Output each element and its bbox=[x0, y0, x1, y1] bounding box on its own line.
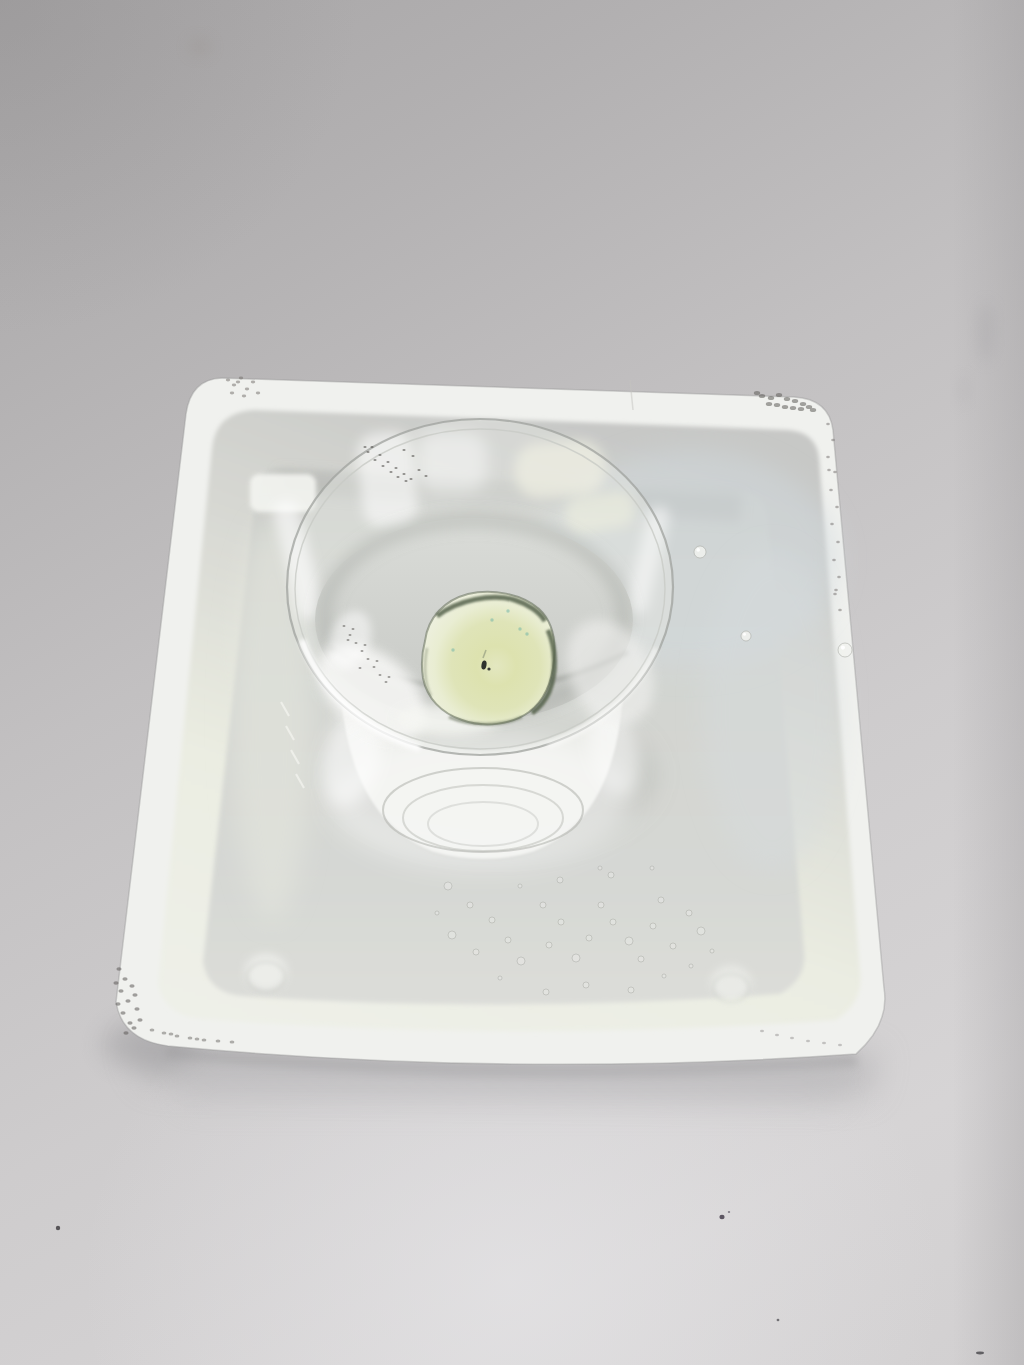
tray-dimple-right bbox=[711, 966, 751, 1002]
scene-svg bbox=[0, 0, 1024, 1365]
cup-yellow-tint bbox=[513, 439, 607, 500]
tray-floor-right-sheen bbox=[702, 550, 842, 870]
slice-seed-dot bbox=[487, 667, 490, 670]
photo-scene bbox=[0, 0, 1024, 1365]
cup bbox=[271, 419, 673, 868]
tray-dimple-left bbox=[245, 954, 287, 992]
